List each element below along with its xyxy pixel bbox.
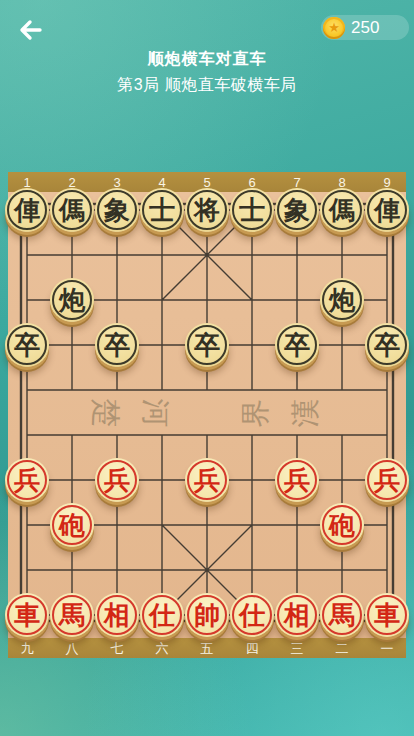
river-char: 河 (141, 398, 170, 427)
piece-face: 仕 (142, 595, 182, 635)
piece-black-chariot[interactable]: 俥 (5, 188, 49, 232)
piece-face: 卒 (187, 325, 227, 365)
piece-black-soldier[interactable]: 卒 (5, 323, 49, 367)
piece-black-soldier[interactable]: 卒 (185, 323, 229, 367)
piece-black-soldier[interactable]: 卒 (275, 323, 319, 367)
piece-face: 馬 (322, 595, 362, 635)
file-label-bottom: 五 (201, 642, 214, 655)
piece-face: 車 (7, 595, 47, 635)
page-title: 顺炮横车对直车 (0, 46, 414, 72)
piece-black-advisor[interactable]: 士 (230, 188, 274, 232)
file-label-bottom: 三 (291, 642, 304, 655)
file-label-top: 3 (113, 176, 120, 189)
file-label-bottom: 一 (381, 642, 394, 655)
piece-face: 傌 (52, 190, 92, 230)
file-label-top: 7 (293, 176, 300, 189)
piece-black-chariot[interactable]: 俥 (365, 188, 409, 232)
piece-face: 俥 (367, 190, 407, 230)
piece-face: 兵 (7, 460, 47, 500)
piece-black-elephant[interactable]: 象 (95, 188, 139, 232)
piece-black-cannon[interactable]: 炮 (320, 278, 364, 322)
piece-face: 兵 (367, 460, 407, 500)
piece-face: 仕 (232, 595, 272, 635)
river-char: 界 (241, 398, 270, 427)
piece-face: 馬 (52, 595, 92, 635)
coin-count: 250 (351, 18, 379, 38)
piece-red-cannon[interactable]: 砲 (320, 503, 364, 547)
file-label-top: 2 (68, 176, 75, 189)
piece-face: 炮 (322, 280, 362, 320)
piece-face: 兵 (97, 460, 137, 500)
piece-red-general[interactable]: 帥 (185, 593, 229, 637)
piece-face: 将 (187, 190, 227, 230)
piece-black-advisor[interactable]: 士 (140, 188, 184, 232)
piece-face: 帥 (187, 595, 227, 635)
piece-face: 卒 (367, 325, 407, 365)
piece-face: 士 (142, 190, 182, 230)
coin-counter[interactable]: ★ 250 (321, 15, 409, 40)
piece-red-elephant[interactable]: 相 (275, 593, 319, 637)
piece-black-soldier[interactable]: 卒 (95, 323, 139, 367)
file-label-top: 1 (23, 176, 30, 189)
piece-red-elephant[interactable]: 相 (95, 593, 139, 637)
board-play-area[interactable]: 楚河界漢 俥傌象士将士象傌俥炮炮卒卒卒卒卒兵兵兵兵兵砲砲車馬相仕帥仕相馬車 (8, 192, 406, 638)
piece-face: 相 (97, 595, 137, 635)
piece-face: 士 (232, 190, 272, 230)
file-label-top: 5 (203, 176, 210, 189)
piece-red-soldier[interactable]: 兵 (185, 458, 229, 502)
piece-black-elephant[interactable]: 象 (275, 188, 319, 232)
piece-face: 傌 (322, 190, 362, 230)
piece-black-horse[interactable]: 傌 (50, 188, 94, 232)
file-label-bottom: 六 (156, 642, 169, 655)
piece-face: 俥 (7, 190, 47, 230)
piece-red-soldier[interactable]: 兵 (275, 458, 319, 502)
coin-icon: ★ (323, 17, 345, 39)
page-subtitle: 第3局 顺炮直车破横车局 (0, 72, 414, 98)
piece-face: 砲 (52, 505, 92, 545)
piece-red-advisor[interactable]: 仕 (140, 593, 184, 637)
file-label-top: 6 (248, 176, 255, 189)
river-char: 漢 (291, 398, 320, 427)
file-label-top: 8 (338, 176, 345, 189)
piece-face: 車 (367, 595, 407, 635)
piece-face: 卒 (277, 325, 317, 365)
file-numbers-bottom: 九八七六五四三二一 (8, 638, 406, 658)
file-label-bottom: 二 (336, 642, 349, 655)
piece-red-cannon[interactable]: 砲 (50, 503, 94, 547)
piece-black-soldier[interactable]: 卒 (365, 323, 409, 367)
piece-red-horse[interactable]: 馬 (320, 593, 364, 637)
file-label-bottom: 七 (111, 642, 124, 655)
piece-red-advisor[interactable]: 仕 (230, 593, 274, 637)
piece-face: 卒 (7, 325, 47, 365)
piece-red-chariot[interactable]: 車 (365, 593, 409, 637)
piece-face: 象 (277, 190, 317, 230)
piece-face: 砲 (322, 505, 362, 545)
piece-face: 炮 (52, 280, 92, 320)
piece-black-cannon[interactable]: 炮 (50, 278, 94, 322)
piece-red-soldier[interactable]: 兵 (365, 458, 409, 502)
file-label-bottom: 八 (66, 642, 79, 655)
piece-face: 卒 (97, 325, 137, 365)
piece-red-soldier[interactable]: 兵 (95, 458, 139, 502)
file-label-top: 9 (383, 176, 390, 189)
river-char: 楚 (91, 398, 120, 427)
file-label-top: 4 (158, 176, 165, 189)
piece-face: 相 (277, 595, 317, 635)
piece-red-soldier[interactable]: 兵 (5, 458, 49, 502)
back-button[interactable] (12, 12, 48, 48)
file-label-bottom: 九 (21, 642, 34, 655)
board-grid (8, 192, 406, 638)
file-label-bottom: 四 (246, 642, 259, 655)
xiangqi-board: 123456789 九八七六五四三二一 楚河界漢 俥傌象士将士象傌俥炮炮卒卒卒卒… (8, 172, 406, 658)
piece-black-general[interactable]: 将 (185, 188, 229, 232)
piece-black-horse[interactable]: 傌 (320, 188, 364, 232)
piece-red-horse[interactable]: 馬 (50, 593, 94, 637)
piece-face: 兵 (277, 460, 317, 500)
piece-red-chariot[interactable]: 車 (5, 593, 49, 637)
title-block: 顺炮横车对直车 第3局 顺炮直车破横车局 (0, 46, 414, 98)
piece-face: 象 (97, 190, 137, 230)
back-arrow-icon (12, 12, 48, 48)
piece-face: 兵 (187, 460, 227, 500)
